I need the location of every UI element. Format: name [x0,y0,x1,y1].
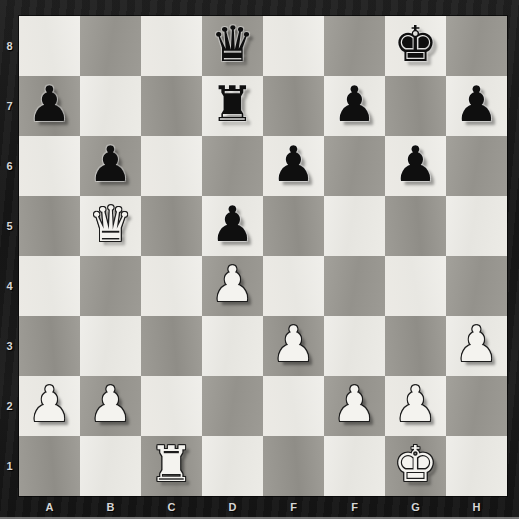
piece-black-king[interactable]: ♚ [394,20,438,69]
file-label-f: F [324,497,385,517]
piece-white-pawn[interactable]: ♟ [28,380,72,429]
square-d8[interactable]: ♛ [202,16,263,76]
square-e2[interactable] [263,376,324,436]
piece-black-queen[interactable]: ♛ [211,20,255,69]
square-a7[interactable]: ♟ [19,76,80,136]
square-e7[interactable] [263,76,324,136]
square-c1[interactable]: ♜ [141,436,202,496]
piece-black-rook[interactable]: ♜ [211,80,255,129]
square-h6[interactable] [446,136,507,196]
square-c4[interactable] [141,256,202,316]
square-g6[interactable]: ♟ [385,136,446,196]
square-d5[interactable]: ♟ [202,196,263,256]
file-label-b: B [80,497,141,517]
square-g5[interactable] [385,196,446,256]
piece-white-pawn[interactable]: ♟ [89,380,133,429]
piece-black-pawn[interactable]: ♟ [455,80,499,129]
piece-white-queen[interactable]: ♛ [89,200,133,249]
square-a4[interactable] [19,256,80,316]
square-b1[interactable] [80,436,141,496]
square-f3[interactable] [324,316,385,376]
square-g4[interactable] [385,256,446,316]
square-e5[interactable] [263,196,324,256]
piece-black-pawn[interactable]: ♟ [394,140,438,189]
square-h2[interactable] [446,376,507,436]
square-b8[interactable] [80,16,141,76]
square-a5[interactable] [19,196,80,256]
piece-black-pawn[interactable]: ♟ [28,80,72,129]
square-h5[interactable] [446,196,507,256]
square-f1[interactable] [324,436,385,496]
file-label-a: A [19,497,80,517]
rank-label-4: 4 [0,256,19,316]
file-label-c: C [141,497,202,517]
square-c2[interactable] [141,376,202,436]
square-c8[interactable] [141,16,202,76]
square-b6[interactable]: ♟ [80,136,141,196]
piece-black-pawn[interactable]: ♟ [333,80,377,129]
chess-diagram: ♛♚♟♜♟♟♟♟♟♛♟♟♟♟♟♟♟♟♜♚ 87654321 ABCDFFGH [0,0,519,519]
square-g7[interactable] [385,76,446,136]
square-h7[interactable]: ♟ [446,76,507,136]
rank-label-6: 6 [0,136,19,196]
square-c6[interactable] [141,136,202,196]
rank-label-1: 1 [0,436,19,496]
square-e6[interactable]: ♟ [263,136,324,196]
square-f2[interactable]: ♟ [324,376,385,436]
square-d6[interactable] [202,136,263,196]
piece-white-pawn[interactable]: ♟ [211,260,255,309]
square-a2[interactable]: ♟ [19,376,80,436]
square-h1[interactable] [446,436,507,496]
chess-board: ♛♚♟♜♟♟♟♟♟♛♟♟♟♟♟♟♟♟♜♚ [19,16,507,496]
square-b5[interactable]: ♛ [80,196,141,256]
square-e1[interactable] [263,436,324,496]
piece-white-rook[interactable]: ♜ [150,440,194,489]
piece-white-king[interactable]: ♚ [394,440,438,489]
square-e4[interactable] [263,256,324,316]
file-label-d: D [202,497,263,517]
square-c3[interactable] [141,316,202,376]
piece-black-pawn[interactable]: ♟ [89,140,133,189]
square-f5[interactable] [324,196,385,256]
square-a1[interactable] [19,436,80,496]
square-f7[interactable]: ♟ [324,76,385,136]
square-f8[interactable] [324,16,385,76]
piece-white-pawn[interactable]: ♟ [272,320,316,369]
piece-black-pawn[interactable]: ♟ [211,200,255,249]
square-d3[interactable] [202,316,263,376]
square-c5[interactable] [141,196,202,256]
square-b3[interactable] [80,316,141,376]
piece-white-pawn[interactable]: ♟ [455,320,499,369]
square-e8[interactable] [263,16,324,76]
square-g8[interactable]: ♚ [385,16,446,76]
square-c7[interactable] [141,76,202,136]
square-f6[interactable] [324,136,385,196]
square-e3[interactable]: ♟ [263,316,324,376]
square-f4[interactable] [324,256,385,316]
square-d7[interactable]: ♜ [202,76,263,136]
rank-label-7: 7 [0,76,19,136]
file-label-g: G [385,497,446,517]
square-b2[interactable]: ♟ [80,376,141,436]
square-d1[interactable] [202,436,263,496]
square-g3[interactable] [385,316,446,376]
square-d4[interactable]: ♟ [202,256,263,316]
rank-label-8: 8 [0,16,19,76]
file-label-e: F [263,497,324,517]
square-b7[interactable] [80,76,141,136]
square-b4[interactable] [80,256,141,316]
square-h8[interactable] [446,16,507,76]
square-a3[interactable] [19,316,80,376]
file-label-h: H [446,497,507,517]
square-g2[interactable]: ♟ [385,376,446,436]
square-g1[interactable]: ♚ [385,436,446,496]
piece-white-pawn[interactable]: ♟ [394,380,438,429]
square-h3[interactable]: ♟ [446,316,507,376]
rank-label-5: 5 [0,196,19,256]
rank-label-3: 3 [0,316,19,376]
square-a8[interactable] [19,16,80,76]
square-a6[interactable] [19,136,80,196]
piece-white-pawn[interactable]: ♟ [333,380,377,429]
piece-black-pawn[interactable]: ♟ [272,140,316,189]
square-h4[interactable] [446,256,507,316]
rank-label-2: 2 [0,376,19,436]
square-d2[interactable] [202,376,263,436]
